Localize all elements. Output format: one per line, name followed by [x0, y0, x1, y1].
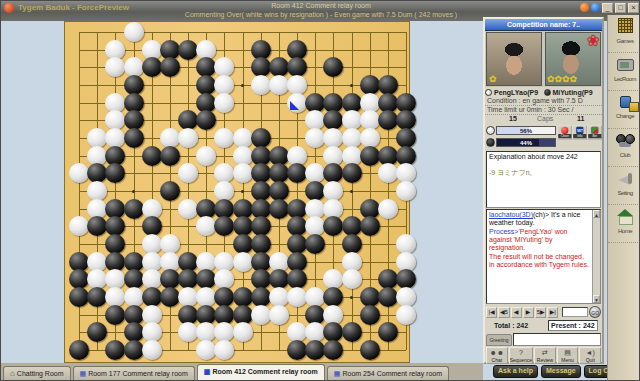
move-navigation: |◀◀5◀▶5▶▶|GO — [486, 305, 601, 319]
white-stone — [323, 181, 343, 201]
black-stone — [69, 340, 89, 360]
explanation-title: Explanation about move 242 — [489, 153, 598, 161]
captures-label: Caps — [537, 115, 553, 122]
chat-icon: ☻☻ — [487, 349, 507, 357]
white-stone — [196, 146, 216, 166]
white-player-photo: ✿ — [486, 32, 542, 86]
black-stone — [124, 199, 144, 219]
nav--button[interactable]: |◀ — [486, 307, 497, 318]
white-stone — [269, 305, 289, 325]
black-stone — [196, 75, 216, 95]
star-point — [241, 190, 244, 193]
black-stone — [142, 57, 162, 77]
black-stone-icon — [544, 89, 551, 96]
command-buttons: ☻☻Chat?Sequence⇄Review▤Menu◄)Quit — [486, 347, 601, 364]
black-stone — [105, 234, 125, 254]
condition-row: Condition : en game with 7.5 D — [485, 97, 602, 106]
greeting-tab[interactable]: Greeting — [486, 334, 512, 346]
move-number-input[interactable] — [562, 307, 588, 317]
info-button[interactable]: SETInfo — [573, 126, 587, 140]
black-stone — [142, 146, 162, 166]
tab-chatting-room[interactable]: ⌂Chatting Room — [3, 366, 71, 381]
toolbar-label: LecRoom — [608, 76, 640, 82]
room-grid-icon: ▦ — [80, 370, 87, 377]
black-stone — [305, 234, 325, 254]
black-stone — [105, 340, 125, 360]
black-stone — [378, 322, 398, 342]
command-label: Menu — [561, 357, 574, 363]
star-point — [350, 190, 353, 193]
sequence-icon: ? — [510, 349, 533, 357]
quit-button[interactable]: ◄)Quit — [579, 347, 601, 364]
white-stone — [178, 163, 198, 183]
black-stone — [378, 110, 398, 130]
toolbar-setting-button[interactable]: Setting — [608, 167, 640, 205]
tab-label: Room 254 Comment relay room — [342, 370, 442, 377]
present-move: Present : 242 — [548, 320, 598, 331]
nav--button[interactable]: ◀ — [511, 307, 522, 318]
white-stone — [323, 128, 343, 148]
star-point — [350, 296, 353, 299]
white-stone — [69, 216, 89, 236]
white-stone — [269, 75, 289, 95]
white-stone — [69, 163, 89, 183]
white-stone — [124, 22, 144, 42]
black-stone — [342, 322, 362, 342]
white-player-name: PengLYao(P9 — [494, 89, 538, 96]
black-stone — [360, 146, 380, 166]
chat-message: The result will not be changed, in accor… — [489, 253, 598, 269]
toolbar-lecroom-button[interactable]: LecRoom — [608, 53, 640, 91]
white-stone — [396, 181, 416, 201]
last-move-marker-icon — [290, 101, 299, 110]
time-limit-row: Time limit ur 0min : 30 Sec / — [485, 106, 602, 115]
captures-row: 15 Caps 11 — [485, 115, 602, 125]
black-stone — [69, 287, 89, 307]
black-slider-knob[interactable] — [486, 138, 495, 147]
white-stone — [105, 128, 125, 148]
white-stone — [251, 305, 271, 325]
chat-text: Process> — [489, 228, 518, 235]
right-toolbar: GamesLecRoomChangeClubSettingHome — [607, 15, 640, 381]
mini-button-label: Bet — [588, 134, 601, 138]
player-photos: ✿ ✿✿✿✿ ❀ — [485, 31, 602, 87]
chat-text: The result will not be changed, in accor… — [489, 253, 589, 268]
tab-label: Room 177 Comment relay room — [88, 370, 188, 377]
quit-icon: ◄) — [580, 349, 600, 357]
black-stone — [323, 216, 343, 236]
go-button[interactable]: GO — [589, 306, 601, 318]
black-player-photo: ✿✿✿✿ ❀ — [545, 32, 601, 86]
toolbar-label: Games — [608, 38, 640, 44]
sequence-button[interactable]: ?Sequence — [509, 347, 534, 364]
black-stone — [124, 128, 144, 148]
tab-label: Room 412 Comment relay room — [212, 368, 317, 375]
lecroom-icon — [617, 59, 634, 71]
black-stone — [396, 128, 416, 148]
black-stone — [360, 305, 380, 325]
black-stone — [342, 163, 362, 183]
white-win-rate-bar[interactable]: 56% — [496, 126, 556, 135]
chat-log[interactable]: laochatou(3D)(ch)> It's a nice weather t… — [486, 209, 601, 304]
black-stone — [160, 57, 180, 77]
white-stone — [178, 322, 198, 342]
menu-button[interactable]: ▤Menu — [557, 347, 579, 364]
review-button[interactable]: ⇄Review — [534, 347, 556, 364]
white-slider-knob[interactable] — [486, 126, 495, 135]
home-icon — [617, 209, 633, 223]
cheer-icon — [561, 127, 568, 134]
white-stone-icon — [485, 89, 492, 96]
black-stone — [360, 216, 380, 236]
toolbar-label: Change — [608, 113, 640, 119]
white-stone — [87, 181, 107, 201]
toolbar-games-button[interactable]: Games — [608, 15, 640, 53]
star-point — [241, 84, 244, 87]
setting-icon — [617, 172, 633, 185]
scroll-down-icon[interactable]: ▼ — [593, 295, 600, 303]
scroll-up-icon[interactable]: ▲ — [593, 210, 600, 218]
white-stone — [233, 252, 253, 272]
tab-room-177-comment-relay-room[interactable]: ▦Room 177 Comment relay room — [73, 366, 195, 381]
black-stone — [178, 40, 198, 60]
black-stone — [87, 322, 107, 342]
black-stone — [87, 216, 107, 236]
mini-button-label: Info — [573, 134, 586, 138]
black-stone — [214, 216, 234, 236]
white-stone — [396, 305, 416, 325]
white-stone — [342, 269, 362, 289]
move-explanation-box[interactable]: Explanation about move 242 -9 ヨミナフn, — [486, 151, 601, 208]
white-stone — [214, 340, 234, 360]
room-grid-icon: ▦ — [334, 370, 341, 377]
black-stone — [287, 340, 307, 360]
toolbar-change-button[interactable]: Change — [608, 91, 640, 129]
black-stone — [105, 163, 125, 183]
chat-message: laochatou(3D)(ch)> It's a nice weather t… — [489, 211, 598, 227]
star-point — [350, 84, 353, 87]
bet-icon — [591, 127, 598, 134]
total-moves: Total : 242 — [494, 322, 528, 329]
black-stone — [305, 340, 325, 360]
white-stone — [287, 93, 307, 113]
black-stone — [323, 340, 343, 360]
white-stone — [196, 216, 216, 236]
white-stone — [178, 128, 198, 148]
black-stone — [160, 181, 180, 201]
toolbar-label: Club — [608, 152, 640, 158]
ask-a-help-button[interactable]: Ask a help — [493, 365, 538, 378]
white-stone — [378, 199, 398, 219]
command-label: Chat — [492, 357, 503, 363]
room-grid-icon: ▦ — [204, 368, 211, 375]
white-stone — [214, 93, 234, 113]
white-stone — [142, 340, 162, 360]
message-button[interactable]: Message — [541, 365, 581, 378]
command-label: Quit — [586, 357, 595, 363]
tab-label: Chatting Room — [17, 370, 64, 377]
white-stone — [214, 128, 234, 148]
rose-icon: ✿✿✿✿ — [547, 74, 577, 84]
mini-button-label: Cheer — [558, 134, 571, 138]
competition-header: Competition name: 7.. — [485, 19, 602, 31]
home-icon: ⌂ — [10, 369, 15, 378]
toolbar-label: Home — [608, 228, 640, 234]
black-stone — [124, 340, 144, 360]
black-player-entry[interactable]: MiYuting(P9 — [544, 87, 603, 97]
toolbar-label: Setting — [608, 190, 640, 196]
chat-button[interactable]: ☻☻Chat — [486, 347, 508, 364]
black-stone — [323, 57, 343, 77]
black-win-rate-bar[interactable]: 44% — [496, 138, 556, 147]
chat-message: Process>'PengLYao' won against 'MiYuting… — [489, 228, 598, 252]
info-icon: SET — [576, 127, 583, 134]
white-stone — [178, 199, 198, 219]
games-icon — [618, 18, 633, 33]
club-icon — [616, 134, 634, 147]
black-stone — [160, 146, 180, 166]
white-stone — [214, 181, 234, 201]
black-captures: 11 — [577, 115, 584, 122]
white-stone — [214, 75, 234, 95]
black-stone — [305, 181, 325, 201]
black-stone — [360, 340, 380, 360]
game-info-panel: Competition name: 7.. ✿ ✿✿✿✿ ❀ PengLYao(… — [483, 17, 604, 364]
command-label: Review — [537, 357, 553, 363]
black-stone — [196, 110, 216, 130]
rose-icon: ✿ — [489, 74, 497, 84]
chat-username-link[interactable]: laochatou(3D) — [489, 211, 533, 218]
white-stone — [378, 163, 398, 183]
white-stone — [287, 287, 307, 307]
white-stone — [305, 128, 325, 148]
titlebar-blue-icon[interactable] — [591, 3, 600, 12]
close-button[interactable]: × — [628, 3, 639, 13]
tab-room-412-comment-relay-room[interactable]: ▦Room 412 Comment relay room — [197, 364, 325, 381]
app-window: Tygem Baduk - ForcePreview Room 412 Comm… — [0, 0, 640, 381]
black-stone — [287, 163, 307, 183]
explanation-body: -9 ヨミナフn, — [489, 169, 598, 177]
cheer-button[interactable]: Cheer — [558, 126, 572, 140]
black-stone — [87, 287, 107, 307]
tab-room-254-comment-relay-room[interactable]: ▦Room 254 Comment relay room — [327, 366, 449, 381]
maximize-button[interactable]: □ — [615, 3, 626, 13]
white-stone — [251, 75, 271, 95]
toolbar-home-button[interactable]: Home — [608, 205, 640, 243]
white-stone — [396, 234, 416, 254]
white-captures: 15 — [509, 115, 517, 122]
black-player-name: MiYuting(P9 — [553, 89, 593, 96]
chat-input[interactable] — [513, 333, 601, 346]
room-title: Room 412 Comment relay room — [1, 2, 640, 9]
change-icon — [620, 96, 631, 108]
nav--button[interactable]: ▶ — [523, 307, 534, 318]
star-point — [132, 190, 135, 193]
win-rate-sliders: 56% 44% CheerSETInfoBet — [485, 125, 602, 151]
review-icon: ⇄ — [535, 349, 555, 357]
nav-5-button[interactable]: ◀5 — [498, 307, 510, 318]
black-stone — [105, 305, 125, 325]
command-label: Sequence — [510, 357, 533, 363]
minimize-button[interactable]: _ — [602, 3, 613, 13]
nav-5-button[interactable]: 5▶ — [535, 307, 547, 318]
white-stone — [196, 340, 216, 360]
black-stone — [378, 287, 398, 307]
titlebar-orange-icon[interactable] — [580, 3, 589, 12]
bet-button[interactable]: Bet — [588, 126, 602, 140]
menu-icon: ▤ — [558, 349, 578, 357]
help-footer-bar: Ask a helpMessageLog Out — [483, 365, 605, 381]
black-stone — [269, 199, 289, 219]
toolbar-club-button[interactable]: Club — [608, 129, 640, 167]
white-player-entry[interactable]: PengLYao(P9 — [485, 87, 544, 97]
black-stone — [160, 287, 180, 307]
white-stone — [233, 322, 253, 342]
white-stone — [105, 57, 125, 77]
room-tabs-bar: ⌂Chatting Room▦Room 177 Comment relay ro… — [1, 363, 483, 381]
red-rose-icon: ❀ — [587, 31, 600, 50]
white-stone — [233, 163, 253, 183]
chat-scrollbar[interactable]: ▲ ▼ — [592, 210, 600, 303]
nav--button[interactable]: ▶| — [547, 307, 558, 318]
go-board[interactable] — [64, 21, 410, 363]
white-stone — [87, 128, 107, 148]
